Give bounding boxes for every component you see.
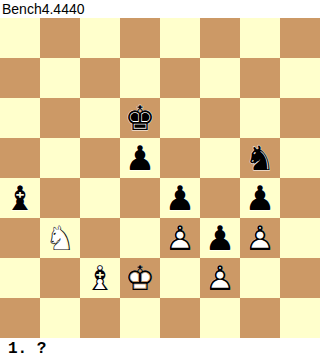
square-g8[interactable] xyxy=(240,18,280,58)
square-a6[interactable] xyxy=(0,98,40,138)
square-g5[interactable]: ♞ xyxy=(240,138,280,178)
square-a1[interactable] xyxy=(0,298,40,338)
square-b3[interactable]: ♞♘ xyxy=(40,218,80,258)
square-g4[interactable]: ♟ xyxy=(240,178,280,218)
square-b4[interactable] xyxy=(40,178,80,218)
piece-glyph: ♟ xyxy=(120,138,160,178)
black-bishop-a4: ♝ xyxy=(0,178,40,218)
diagram-title: Bench4.4440 xyxy=(2,1,85,17)
move-prompt-bar: 1. ? xyxy=(0,338,320,360)
white-king-d2: ♚♔ xyxy=(120,258,160,298)
piece-glyph: ♞ xyxy=(240,138,280,178)
square-d2[interactable]: ♚♔ xyxy=(120,258,160,298)
square-g3[interactable]: ♟♙ xyxy=(240,218,280,258)
square-f7[interactable] xyxy=(200,58,240,98)
square-e6[interactable] xyxy=(160,98,200,138)
square-e7[interactable] xyxy=(160,58,200,98)
piece-outline: ♔ xyxy=(120,258,160,298)
square-f8[interactable] xyxy=(200,18,240,58)
black-pawn-f3: ♟ xyxy=(200,218,240,258)
square-b8[interactable] xyxy=(40,18,80,58)
square-f4[interactable] xyxy=(200,178,240,218)
piece-outline: ♗ xyxy=(80,258,120,298)
square-a7[interactable] xyxy=(0,58,40,98)
square-f1[interactable] xyxy=(200,298,240,338)
square-g1[interactable] xyxy=(240,298,280,338)
black-pawn-d5: ♟ xyxy=(120,138,160,178)
square-d1[interactable] xyxy=(120,298,160,338)
square-a4[interactable]: ♝ xyxy=(0,178,40,218)
square-e8[interactable] xyxy=(160,18,200,58)
white-bishop-c2: ♝♗ xyxy=(80,258,120,298)
piece-glyph: ♚ xyxy=(120,98,160,138)
square-a5[interactable] xyxy=(0,138,40,178)
square-b7[interactable] xyxy=(40,58,80,98)
square-d8[interactable] xyxy=(120,18,160,58)
square-e1[interactable] xyxy=(160,298,200,338)
black-king-d6: ♚ xyxy=(120,98,160,138)
title-bar: Bench4.4440 xyxy=(0,0,320,18)
square-f5[interactable] xyxy=(200,138,240,178)
square-h5[interactable] xyxy=(280,138,320,178)
square-a3[interactable] xyxy=(0,218,40,258)
square-c8[interactable] xyxy=(80,18,120,58)
piece-glyph: ♝ xyxy=(0,178,40,218)
square-h3[interactable] xyxy=(280,218,320,258)
square-b1[interactable] xyxy=(40,298,80,338)
square-e2[interactable] xyxy=(160,258,200,298)
chess-diagram-window: Bench4.4440 ♚♟♞♝♟♟♞♘♟♙♟♟♙♝♗♚♔♟♙ 1. ? xyxy=(0,0,320,360)
square-b6[interactable] xyxy=(40,98,80,138)
piece-outline: ♙ xyxy=(200,258,240,298)
square-h4[interactable] xyxy=(280,178,320,218)
move-prompt: 1. ? xyxy=(8,340,46,358)
square-d7[interactable] xyxy=(120,58,160,98)
square-f3[interactable]: ♟ xyxy=(200,218,240,258)
square-h1[interactable] xyxy=(280,298,320,338)
piece-glyph: ♟ xyxy=(200,218,240,258)
square-d5[interactable]: ♟ xyxy=(120,138,160,178)
square-d3[interactable] xyxy=(120,218,160,258)
square-e5[interactable] xyxy=(160,138,200,178)
piece-outline: ♙ xyxy=(240,218,280,258)
black-pawn-g4: ♟ xyxy=(240,178,280,218)
square-g2[interactable] xyxy=(240,258,280,298)
square-e4[interactable]: ♟ xyxy=(160,178,200,218)
square-g6[interactable] xyxy=(240,98,280,138)
square-f6[interactable] xyxy=(200,98,240,138)
white-pawn-e3: ♟♙ xyxy=(160,218,200,258)
square-c7[interactable] xyxy=(80,58,120,98)
square-b2[interactable] xyxy=(40,258,80,298)
square-c4[interactable] xyxy=(80,178,120,218)
square-d4[interactable] xyxy=(120,178,160,218)
white-pawn-g3: ♟♙ xyxy=(240,218,280,258)
square-c5[interactable] xyxy=(80,138,120,178)
piece-glyph: ♟ xyxy=(160,178,200,218)
piece-outline: ♙ xyxy=(160,218,200,258)
square-h7[interactable] xyxy=(280,58,320,98)
square-e3[interactable]: ♟♙ xyxy=(160,218,200,258)
square-c6[interactable] xyxy=(80,98,120,138)
square-c2[interactable]: ♝♗ xyxy=(80,258,120,298)
square-f2[interactable]: ♟♙ xyxy=(200,258,240,298)
square-a2[interactable] xyxy=(0,258,40,298)
square-d6[interactable]: ♚ xyxy=(120,98,160,138)
square-g7[interactable] xyxy=(240,58,280,98)
black-knight-g5: ♞ xyxy=(240,138,280,178)
white-knight-b3: ♞♘ xyxy=(40,218,80,258)
square-h6[interactable] xyxy=(280,98,320,138)
white-pawn-f2: ♟♙ xyxy=(200,258,240,298)
black-pawn-e4: ♟ xyxy=(160,178,200,218)
square-h8[interactable] xyxy=(280,18,320,58)
piece-outline: ♘ xyxy=(40,218,80,258)
piece-glyph: ♟ xyxy=(240,178,280,218)
square-c3[interactable] xyxy=(80,218,120,258)
chess-board: ♚♟♞♝♟♟♞♘♟♙♟♟♙♝♗♚♔♟♙ xyxy=(0,18,320,338)
square-a8[interactable] xyxy=(0,18,40,58)
square-h2[interactable] xyxy=(280,258,320,298)
square-c1[interactable] xyxy=(80,298,120,338)
square-b5[interactable] xyxy=(40,138,80,178)
